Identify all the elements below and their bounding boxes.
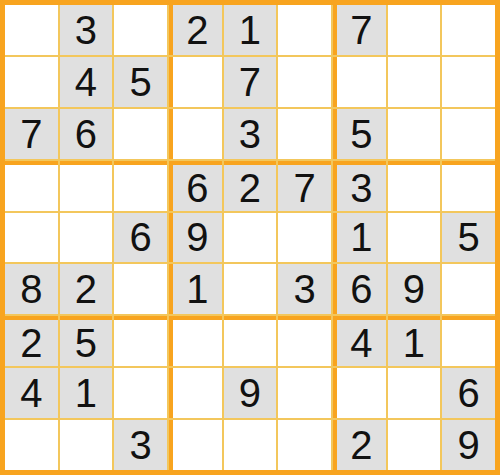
cell-r4c5-given[interactable]: 2: [224, 161, 277, 211]
cell-r2c7-empty[interactable]: [333, 57, 386, 107]
cell-r2c9-empty[interactable]: [442, 57, 495, 107]
cell-r8c8-empty[interactable]: [388, 368, 441, 418]
cell-r4c1-empty[interactable]: [5, 161, 58, 211]
cell-r7c5-empty[interactable]: [224, 316, 277, 366]
cell-r3c9-empty[interactable]: [442, 109, 495, 159]
cell-r9c4-empty[interactable]: [169, 420, 222, 470]
cell-r5c6-empty[interactable]: [278, 213, 331, 263]
cell-r4c6-given[interactable]: 7: [278, 161, 331, 211]
cell-r5c5-empty[interactable]: [224, 213, 277, 263]
cell-r8c9-given[interactable]: 6: [442, 368, 495, 418]
cell-r6c4-given[interactable]: 1: [169, 264, 222, 314]
cell-r3c4-empty[interactable]: [169, 109, 222, 159]
cell-r2c4-empty[interactable]: [169, 57, 222, 107]
cell-r2c1-empty[interactable]: [5, 57, 58, 107]
cell-r5c9-given[interactable]: 5: [442, 213, 495, 263]
cell-r1c2-given[interactable]: 3: [60, 5, 113, 55]
cell-r1c1-empty[interactable]: [5, 5, 58, 55]
sudoku-board: 321745776356273691582136925414196329: [0, 0, 500, 475]
cell-r8c6-empty[interactable]: [278, 368, 331, 418]
cell-r8c7-empty[interactable]: [333, 368, 386, 418]
cell-r6c5-empty[interactable]: [224, 264, 277, 314]
cell-r3c6-empty[interactable]: [278, 109, 331, 159]
cell-r5c4-given[interactable]: 9: [169, 213, 222, 263]
cell-r8c5-given[interactable]: 9: [224, 368, 277, 418]
cell-r8c2-given[interactable]: 1: [60, 368, 113, 418]
cell-r9c9-given[interactable]: 9: [442, 420, 495, 470]
cell-r7c9-empty[interactable]: [442, 316, 495, 366]
cell-r9c7-given[interactable]: 2: [333, 420, 386, 470]
cell-r4c7-given[interactable]: 3: [333, 161, 386, 211]
cell-r7c8-given[interactable]: 1: [388, 316, 441, 366]
cell-r4c4-given[interactable]: 6: [169, 161, 222, 211]
cell-r7c3-empty[interactable]: [114, 316, 167, 366]
cell-r8c4-empty[interactable]: [169, 368, 222, 418]
cell-r1c4-given[interactable]: 2: [169, 5, 222, 55]
cell-r1c6-empty[interactable]: [278, 5, 331, 55]
cell-r6c6-given[interactable]: 3: [278, 264, 331, 314]
cell-r9c8-empty[interactable]: [388, 420, 441, 470]
cell-r7c6-empty[interactable]: [278, 316, 331, 366]
cell-r2c3-given[interactable]: 5: [114, 57, 167, 107]
cell-r8c1-given[interactable]: 4: [5, 368, 58, 418]
cell-r3c5-given[interactable]: 3: [224, 109, 277, 159]
cell-r6c2-given[interactable]: 2: [60, 264, 113, 314]
cell-r3c7-given[interactable]: 5: [333, 109, 386, 159]
cell-r3c8-empty[interactable]: [388, 109, 441, 159]
cell-r2c5-given[interactable]: 7: [224, 57, 277, 107]
cell-r7c7-given[interactable]: 4: [333, 316, 386, 366]
cell-r1c9-empty[interactable]: [442, 5, 495, 55]
cell-r1c7-given[interactable]: 7: [333, 5, 386, 55]
cell-r5c7-given[interactable]: 1: [333, 213, 386, 263]
cell-r7c4-empty[interactable]: [169, 316, 222, 366]
cell-r7c2-given[interactable]: 5: [60, 316, 113, 366]
cell-r7c1-given[interactable]: 2: [5, 316, 58, 366]
cell-r6c3-empty[interactable]: [114, 264, 167, 314]
cell-r3c3-empty[interactable]: [114, 109, 167, 159]
cell-r2c2-given[interactable]: 4: [60, 57, 113, 107]
cell-r6c8-given[interactable]: 9: [388, 264, 441, 314]
cell-r8c3-empty[interactable]: [114, 368, 167, 418]
cell-r1c5-given[interactable]: 1: [224, 5, 277, 55]
cell-r6c7-given[interactable]: 6: [333, 264, 386, 314]
cell-r5c2-empty[interactable]: [60, 213, 113, 263]
cell-r5c8-empty[interactable]: [388, 213, 441, 263]
cell-r4c2-empty[interactable]: [60, 161, 113, 211]
cell-r9c5-empty[interactable]: [224, 420, 277, 470]
cell-r9c2-empty[interactable]: [60, 420, 113, 470]
cell-r1c8-empty[interactable]: [388, 5, 441, 55]
cell-r2c8-empty[interactable]: [388, 57, 441, 107]
cell-r3c2-given[interactable]: 6: [60, 109, 113, 159]
cell-r4c8-empty[interactable]: [388, 161, 441, 211]
cell-r9c3-given[interactable]: 3: [114, 420, 167, 470]
cell-r6c9-empty[interactable]: [442, 264, 495, 314]
cell-r4c3-empty[interactable]: [114, 161, 167, 211]
cell-r2c6-empty[interactable]: [278, 57, 331, 107]
cell-r3c1-given[interactable]: 7: [5, 109, 58, 159]
cell-r4c9-empty[interactable]: [442, 161, 495, 211]
cell-r9c1-empty[interactable]: [5, 420, 58, 470]
cell-r1c3-empty[interactable]: [114, 5, 167, 55]
cell-r9c6-empty[interactable]: [278, 420, 331, 470]
cell-r5c1-empty[interactable]: [5, 213, 58, 263]
cell-r6c1-given[interactable]: 8: [5, 264, 58, 314]
cell-r5c3-given[interactable]: 6: [114, 213, 167, 263]
